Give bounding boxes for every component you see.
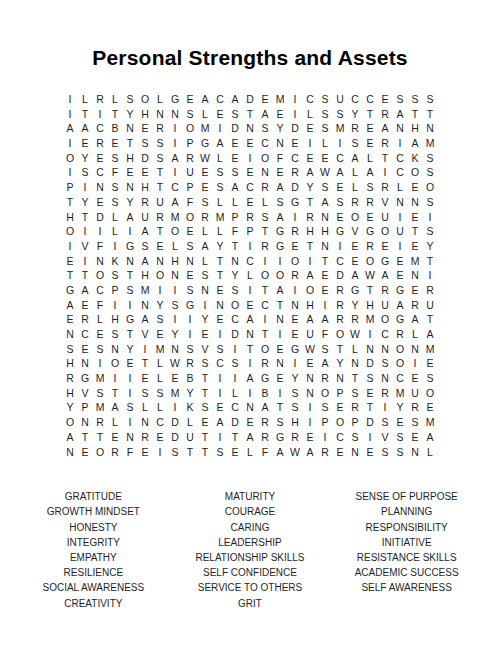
- grid-cell-r16c18: A: [318, 312, 333, 327]
- grid-cell-r3c10: M: [198, 121, 213, 136]
- grid-cell-r19c12: S: [228, 356, 243, 371]
- word-list-column-1: GRATITUDEGROWTH MINDSETHONESTYINTEGRITYE…: [18, 489, 169, 611]
- grid-cell-r17c4: S: [108, 327, 123, 342]
- grid-cell-r10c20: V: [348, 224, 363, 239]
- grid-cell-r9c10: R: [198, 210, 213, 225]
- grid-cell-r7c19: E: [333, 180, 348, 195]
- grid-cell-r25c11: S: [213, 445, 228, 460]
- grid-cell-r25c21: E: [363, 445, 378, 460]
- grid-cell-r1c9: E: [183, 92, 198, 107]
- grid-cell-r23c19: O: [333, 415, 348, 430]
- grid-cell-r25c10: T: [198, 445, 213, 460]
- grid-cell-r6c4: F: [108, 165, 123, 180]
- grid-cell-r21c21: E: [363, 386, 378, 401]
- grid-cell-r11c6: S: [138, 239, 153, 254]
- grid-cell-r12c8: H: [168, 254, 183, 269]
- grid-cell-r23c7: C: [153, 415, 168, 430]
- grid-cell-r21c16: S: [288, 386, 303, 401]
- grid-cell-r17c20: W: [348, 327, 363, 342]
- grid-cell-r10c15: G: [273, 224, 288, 239]
- grid-cell-r13c9: E: [183, 268, 198, 283]
- grid-cell-r12c16: O: [288, 254, 303, 269]
- grid-cell-r7c1: P: [63, 180, 78, 195]
- grid-cell-r24c21: I: [363, 430, 378, 445]
- grid-cell-r12c17: I: [303, 254, 318, 269]
- word-item: ACADEMIC SUCCESS: [355, 565, 459, 580]
- grid-cell-r16c5: G: [123, 312, 138, 327]
- grid-cell-r10c5: I: [123, 224, 138, 239]
- grid-cell-r22c18: S: [318, 400, 333, 415]
- grid-cell-r21c12: L: [228, 386, 243, 401]
- grid-cell-r18c4: N: [108, 342, 123, 357]
- word-item: GROWTH MINDSET: [47, 504, 140, 519]
- grid-cell-r9c24: E: [408, 210, 423, 225]
- grid-cell-r7c23: L: [393, 180, 408, 195]
- grid-cell-r22c6: L: [138, 400, 153, 415]
- grid-cell-r6c21: A: [363, 165, 378, 180]
- grid-cell-r11c9: S: [183, 239, 198, 254]
- grid-cell-r18c7: M: [153, 342, 168, 357]
- grid-cell-r10c18: H: [318, 224, 333, 239]
- grid-cell-r18c25: M: [423, 342, 438, 357]
- grid-cell-r15c12: O: [228, 298, 243, 313]
- grid-cell-r6c3: C: [93, 165, 108, 180]
- grid-cell-r12c5: N: [123, 254, 138, 269]
- grid-cell-r20c10: T: [198, 371, 213, 386]
- grid-cell-r1c19: U: [333, 92, 348, 107]
- grid-cell-r22c12: C: [228, 400, 243, 415]
- grid-cell-r1c13: D: [243, 92, 258, 107]
- grid-cell-r21c5: I: [123, 386, 138, 401]
- grid-cell-r20c22: N: [378, 371, 393, 386]
- grid-cell-r21c6: S: [138, 386, 153, 401]
- grid-cell-r21c25: O: [423, 386, 438, 401]
- grid-cell-r24c5: N: [123, 430, 138, 445]
- grid-cell-r18c3: S: [93, 342, 108, 357]
- grid-cell-r16c9: I: [183, 312, 198, 327]
- grid-cell-r9c9: O: [183, 210, 198, 225]
- grid-cell-r14c9: S: [183, 283, 198, 298]
- grid-cell-r14c4: P: [108, 283, 123, 298]
- grid-cell-r11c1: I: [63, 239, 78, 254]
- grid-cell-r13c19: D: [333, 268, 348, 283]
- grid-cell-r19c25: E: [423, 356, 438, 371]
- grid-cell-r12c23: E: [393, 254, 408, 269]
- grid-cell-r21c8: M: [168, 386, 183, 401]
- grid-cell-r4c14: C: [258, 136, 273, 151]
- grid-cell-r16c23: G: [393, 312, 408, 327]
- grid-cell-r4c8: I: [168, 136, 183, 151]
- grid-cell-r17c3: E: [93, 327, 108, 342]
- grid-cell-r4c9: P: [183, 136, 198, 151]
- grid-cell-r13c23: E: [393, 268, 408, 283]
- grid-cell-r14c18: E: [318, 283, 333, 298]
- grid-cell-r2c25: T: [423, 107, 438, 122]
- grid-cell-r24c20: S: [348, 430, 363, 445]
- grid-cell-r3c5: N: [123, 121, 138, 136]
- grid-cell-r14c15: A: [273, 283, 288, 298]
- grid-cell-r22c17: I: [303, 400, 318, 415]
- grid-cell-r25c9: T: [183, 445, 198, 460]
- grid-cell-r25c22: S: [378, 445, 393, 460]
- grid-cell-r12c12: N: [228, 254, 243, 269]
- grid-cell-r10c3: I: [93, 224, 108, 239]
- grid-cell-r11c2: V: [78, 239, 93, 254]
- grid-cell-r24c15: G: [273, 430, 288, 445]
- grid-cell-r9c3: D: [93, 210, 108, 225]
- grid-cell-r24c25: A: [423, 430, 438, 445]
- grid-cell-r14c19: R: [333, 283, 348, 298]
- grid-cell-r1c23: S: [393, 92, 408, 107]
- grid-cell-r23c24: S: [408, 415, 423, 430]
- grid-cell-r5c14: O: [258, 151, 273, 166]
- grid-cell-r5c10: W: [198, 151, 213, 166]
- grid-cell-r3c17: E: [303, 121, 318, 136]
- grid-cell-r5c5: H: [123, 151, 138, 166]
- grid-cell-r22c2: P: [78, 400, 93, 415]
- grid-cell-r1c17: C: [303, 92, 318, 107]
- grid-cell-r4c13: E: [243, 136, 258, 151]
- grid-cell-r3c1: A: [63, 121, 78, 136]
- grid-cell-r19c7: L: [153, 356, 168, 371]
- grid-cell-r24c18: I: [318, 430, 333, 445]
- word-item: RESISTANCE SKILLS: [357, 550, 457, 565]
- grid-cell-r9c22: U: [378, 210, 393, 225]
- grid-cell-r10c19: G: [333, 224, 348, 239]
- grid-cell-r18c23: O: [393, 342, 408, 357]
- grid-cell-r4c10: G: [198, 136, 213, 151]
- grid-cell-r23c4: L: [108, 415, 123, 430]
- grid-cell-r12c7: N: [153, 254, 168, 269]
- grid-cell-r23c16: H: [288, 415, 303, 430]
- grid-cell-r18c14: O: [258, 342, 273, 357]
- grid-cell-r6c8: I: [168, 165, 183, 180]
- grid-cell-r11c21: R: [363, 239, 378, 254]
- grid-cell-r15c5: I: [123, 298, 138, 313]
- grid-cell-r23c17: I: [303, 415, 318, 430]
- grid-cell-r9c12: P: [228, 210, 243, 225]
- grid-cell-r10c9: E: [183, 224, 198, 239]
- grid-cell-r10c12: F: [228, 224, 243, 239]
- grid-cell-r6c13: E: [243, 165, 258, 180]
- word-item: GRATITUDE: [65, 489, 122, 504]
- grid-cell-r2c9: S: [183, 107, 198, 122]
- grid-cell-r20c12: I: [228, 371, 243, 386]
- grid-cell-r10c7: T: [153, 224, 168, 239]
- grid-cell-r3c2: A: [78, 121, 93, 136]
- grid-cell-r15c20: Y: [348, 298, 363, 313]
- grid-cell-r21c11: I: [213, 386, 228, 401]
- word-item: GRIT: [238, 596, 262, 611]
- word-item: SELF AWARENESS: [361, 580, 451, 595]
- grid-cell-r21c22: R: [378, 386, 393, 401]
- grid-cell-r4c7: S: [153, 136, 168, 151]
- grid-cell-r24c23: S: [393, 430, 408, 445]
- grid-cell-r5c20: A: [348, 151, 363, 166]
- grid-cell-r24c7: E: [153, 430, 168, 445]
- word-item: RESPONSIBILITY: [366, 520, 448, 535]
- grid-cell-r1c21: C: [363, 92, 378, 107]
- grid-cell-r16c4: H: [108, 312, 123, 327]
- grid-cell-r13c5: T: [123, 268, 138, 283]
- grid-cell-r9c20: O: [348, 210, 363, 225]
- grid-cell-r19c23: O: [393, 356, 408, 371]
- grid-cell-r17c5: T: [123, 327, 138, 342]
- grid-cell-r3c13: N: [243, 121, 258, 136]
- grid-cell-r8c23: N: [393, 195, 408, 210]
- grid-cell-r25c3: O: [93, 445, 108, 460]
- grid-cell-r1c18: S: [318, 92, 333, 107]
- grid-cell-r13c22: A: [378, 268, 393, 283]
- grid-cell-r24c16: R: [288, 430, 303, 445]
- grid-cell-r8c22: V: [378, 195, 393, 210]
- grid-cell-r23c5: I: [123, 415, 138, 430]
- grid-cell-r23c6: N: [138, 415, 153, 430]
- grid-cell-r18c9: S: [183, 342, 198, 357]
- grid-cell-r5c16: C: [288, 151, 303, 166]
- grid-cell-r21c9: Y: [183, 386, 198, 401]
- grid-cell-r17c8: Y: [168, 327, 183, 342]
- grid-cell-r18c15: E: [273, 342, 288, 357]
- grid-cell-r18c5: Y: [123, 342, 138, 357]
- grid-cell-r22c23: Y: [393, 400, 408, 415]
- grid-cell-r11c3: F: [93, 239, 108, 254]
- grid-cell-r16c7: S: [153, 312, 168, 327]
- grid-cell-r17c21: I: [363, 327, 378, 342]
- grid-cell-r14c24: E: [408, 283, 423, 298]
- grid-cell-r22c1: Y: [63, 400, 78, 415]
- word-item: PLANNING: [381, 504, 432, 519]
- grid-cell-r13c6: H: [138, 268, 153, 283]
- grid-cell-r10c6: A: [138, 224, 153, 239]
- grid-cell-r3c23: N: [393, 121, 408, 136]
- grid-cell-r21c7: S: [153, 386, 168, 401]
- grid-cell-r25c1: N: [63, 445, 78, 460]
- grid-cell-r20c24: E: [408, 371, 423, 386]
- grid-cell-r6c7: T: [153, 165, 168, 180]
- grid-cell-r12c4: K: [108, 254, 123, 269]
- grid-cell-r10c14: T: [258, 224, 273, 239]
- grid-cell-r8c8: A: [168, 195, 183, 210]
- grid-cell-r9c14: S: [258, 210, 273, 225]
- grid-cell-r5c11: L: [213, 151, 228, 166]
- grid-cell-r15c18: I: [318, 298, 333, 313]
- grid-cell-r24c6: R: [138, 430, 153, 445]
- grid-cell-r7c16: D: [288, 180, 303, 195]
- grid-cell-r11c10: A: [198, 239, 213, 254]
- grid-cell-r16c1: E: [63, 312, 78, 327]
- grid-cell-r7c2: I: [78, 180, 93, 195]
- grid-cell-r21c3: S: [93, 386, 108, 401]
- grid-cell-r12c3: N: [93, 254, 108, 269]
- grid-cell-r12c14: I: [258, 254, 273, 269]
- grid-cell-r18c22: N: [378, 342, 393, 357]
- grid-cell-r14c5: S: [123, 283, 138, 298]
- grid-cell-r14c25: R: [423, 283, 438, 298]
- grid-cell-r14c12: S: [228, 283, 243, 298]
- grid-cell-r20c7: L: [153, 371, 168, 386]
- grid-cell-r25c15: A: [273, 445, 288, 460]
- grid-cell-r21c18: O: [318, 386, 333, 401]
- grid-cell-r22c21: T: [363, 400, 378, 415]
- grid-cell-r25c20: N: [348, 445, 363, 460]
- grid-cell-r23c3: R: [93, 415, 108, 430]
- grid-cell-r22c24: R: [408, 400, 423, 415]
- grid-cell-r4c6: S: [138, 136, 153, 151]
- grid-cell-r10c16: R: [288, 224, 303, 239]
- grid-cell-r23c20: P: [348, 415, 363, 430]
- grid-cell-r19c15: N: [273, 356, 288, 371]
- grid-cell-r13c12: Y: [228, 268, 243, 283]
- grid-cell-r17c7: E: [153, 327, 168, 342]
- grid-cell-r14c23: G: [393, 283, 408, 298]
- word-item: INTEGRITY: [67, 535, 120, 550]
- grid-cell-r15c11: N: [213, 298, 228, 313]
- grid-cell-r19c11: C: [213, 356, 228, 371]
- grid-cell-r18c11: S: [213, 342, 228, 357]
- grid-cell-r25c4: R: [108, 445, 123, 460]
- word-item: LEADERSHIP: [218, 535, 281, 550]
- grid-cell-r3c22: A: [378, 121, 393, 136]
- grid-cell-r24c3: T: [93, 430, 108, 445]
- grid-cell-r19c16: I: [288, 356, 303, 371]
- grid-cell-r25c25: L: [423, 445, 438, 460]
- grid-cell-r1c7: L: [153, 92, 168, 107]
- grid-cell-r16c15: N: [273, 312, 288, 327]
- grid-cell-r23c8: D: [168, 415, 183, 430]
- grid-cell-r7c17: Y: [303, 180, 318, 195]
- grid-cell-r16c10: Y: [198, 312, 213, 327]
- grid-cell-r9c11: M: [213, 210, 228, 225]
- grid-cell-r20c11: I: [213, 371, 228, 386]
- grid-cell-r4c17: I: [303, 136, 318, 151]
- grid-cell-r13c16: R: [288, 268, 303, 283]
- grid-cell-r20c18: R: [318, 371, 333, 386]
- grid-cell-r15c10: I: [198, 298, 213, 313]
- grid-cell-r9c18: N: [318, 210, 333, 225]
- grid-cell-r7c13: C: [243, 180, 258, 195]
- grid-cell-r12c25: T: [423, 254, 438, 269]
- grid-cell-r4c11: A: [213, 136, 228, 151]
- grid-cell-r17c23: R: [393, 327, 408, 342]
- grid-cell-r8c4: S: [108, 195, 123, 210]
- grid-cell-r17c15: I: [273, 327, 288, 342]
- grid-cell-r9c13: R: [243, 210, 258, 225]
- grid-cell-r11c22: E: [378, 239, 393, 254]
- grid-cell-r21c20: S: [348, 386, 363, 401]
- grid-cell-r24c13: A: [243, 430, 258, 445]
- grid-cell-r13c8: N: [168, 268, 183, 283]
- grid-cell-r4c5: T: [123, 136, 138, 151]
- grid-cell-r17c22: C: [378, 327, 393, 342]
- grid-cell-r8c14: L: [258, 195, 273, 210]
- grid-cell-r23c13: E: [243, 415, 258, 430]
- puzzle-title: Personal Strengths and Assets: [0, 46, 500, 70]
- grid-cell-r9c16: I: [288, 210, 303, 225]
- grid-cell-r5c8: A: [168, 151, 183, 166]
- grid-cell-r13c4: S: [108, 268, 123, 283]
- grid-cell-r25c19: E: [333, 445, 348, 460]
- grid-cell-r25c5: F: [123, 445, 138, 460]
- grid-cell-r5c9: R: [183, 151, 198, 166]
- grid-cell-r23c9: L: [183, 415, 198, 430]
- grid-cell-r11c14: R: [258, 239, 273, 254]
- grid-cell-r2c13: T: [243, 107, 258, 122]
- grid-cell-r9c8: M: [168, 210, 183, 225]
- grid-cell-r18c12: I: [228, 342, 243, 357]
- grid-cell-r6c19: A: [333, 165, 348, 180]
- grid-cell-r1c14: E: [258, 92, 273, 107]
- grid-cell-r18c8: N: [168, 342, 183, 357]
- grid-cell-r4c4: E: [108, 136, 123, 151]
- grid-cell-r1c25: S: [423, 92, 438, 107]
- grid-cell-r13c21: W: [363, 268, 378, 283]
- grid-cell-r7c12: A: [228, 180, 243, 195]
- grid-cell-r14c2: A: [78, 283, 93, 298]
- grid-cell-r15c25: U: [423, 298, 438, 313]
- grid-cell-r5c23: C: [393, 151, 408, 166]
- grid-cell-r6c23: C: [393, 165, 408, 180]
- grid-cell-r12c18: T: [318, 254, 333, 269]
- grid-cell-r16c3: L: [93, 312, 108, 327]
- grid-cell-r19c9: R: [183, 356, 198, 371]
- grid-cell-r25c7: I: [153, 445, 168, 460]
- grid-cell-r2c17: L: [303, 107, 318, 122]
- grid-cell-r23c23: E: [393, 415, 408, 430]
- grid-cell-r1c10: A: [198, 92, 213, 107]
- grid-cell-r1c3: R: [93, 92, 108, 107]
- grid-cell-r8c11: L: [213, 195, 228, 210]
- grid-cell-r14c13: I: [243, 283, 258, 298]
- grid-cell-r14c16: I: [288, 283, 303, 298]
- grid-cell-r19c8: W: [168, 356, 183, 371]
- grid-cell-r3c24: H: [408, 121, 423, 136]
- grid-cell-r15c14: C: [258, 298, 273, 313]
- grid-cell-r25c23: S: [393, 445, 408, 460]
- grid-cell-r19c24: I: [408, 356, 423, 371]
- grid-cell-r11c11: Y: [213, 239, 228, 254]
- grid-cell-r4c19: I: [333, 136, 348, 151]
- grid-cell-r19c22: S: [378, 356, 393, 371]
- grid-cell-r7c6: H: [138, 180, 153, 195]
- grid-cell-r5c13: I: [243, 151, 258, 166]
- grid-cell-r10c13: P: [243, 224, 258, 239]
- grid-cell-r19c1: H: [63, 356, 78, 371]
- grid-cell-r10c8: O: [168, 224, 183, 239]
- grid-cell-r10c11: L: [213, 224, 228, 239]
- grid-cell-r20c17: N: [303, 371, 318, 386]
- grid-cell-r16c11: E: [213, 312, 228, 327]
- grid-cell-r18c13: T: [243, 342, 258, 357]
- grid-cell-r15c19: R: [333, 298, 348, 313]
- grid-cell-r10c21: G: [363, 224, 378, 239]
- grid-cell-r4c23: I: [393, 136, 408, 151]
- grid-cell-r14c17: O: [303, 283, 318, 298]
- grid-cell-r19c21: D: [363, 356, 378, 371]
- word-search-grid: ILRLSOLGEACADEMICSUCCESSSITITYHNNSLESTAE…: [63, 92, 438, 459]
- grid-cell-r3c12: D: [228, 121, 243, 136]
- grid-cell-r6c16: R: [288, 165, 303, 180]
- grid-cell-r3c7: R: [153, 121, 168, 136]
- grid-cell-r17c14: T: [258, 327, 273, 342]
- grid-cell-r15c13: E: [243, 298, 258, 313]
- grid-cell-r22c10: S: [198, 400, 213, 415]
- grid-cell-r11c18: N: [318, 239, 333, 254]
- grid-cell-r2c5: Y: [123, 107, 138, 122]
- grid-cell-r2c4: T: [108, 107, 123, 122]
- grid-cell-r5c22: T: [378, 151, 393, 166]
- grid-cell-r3c21: E: [363, 121, 378, 136]
